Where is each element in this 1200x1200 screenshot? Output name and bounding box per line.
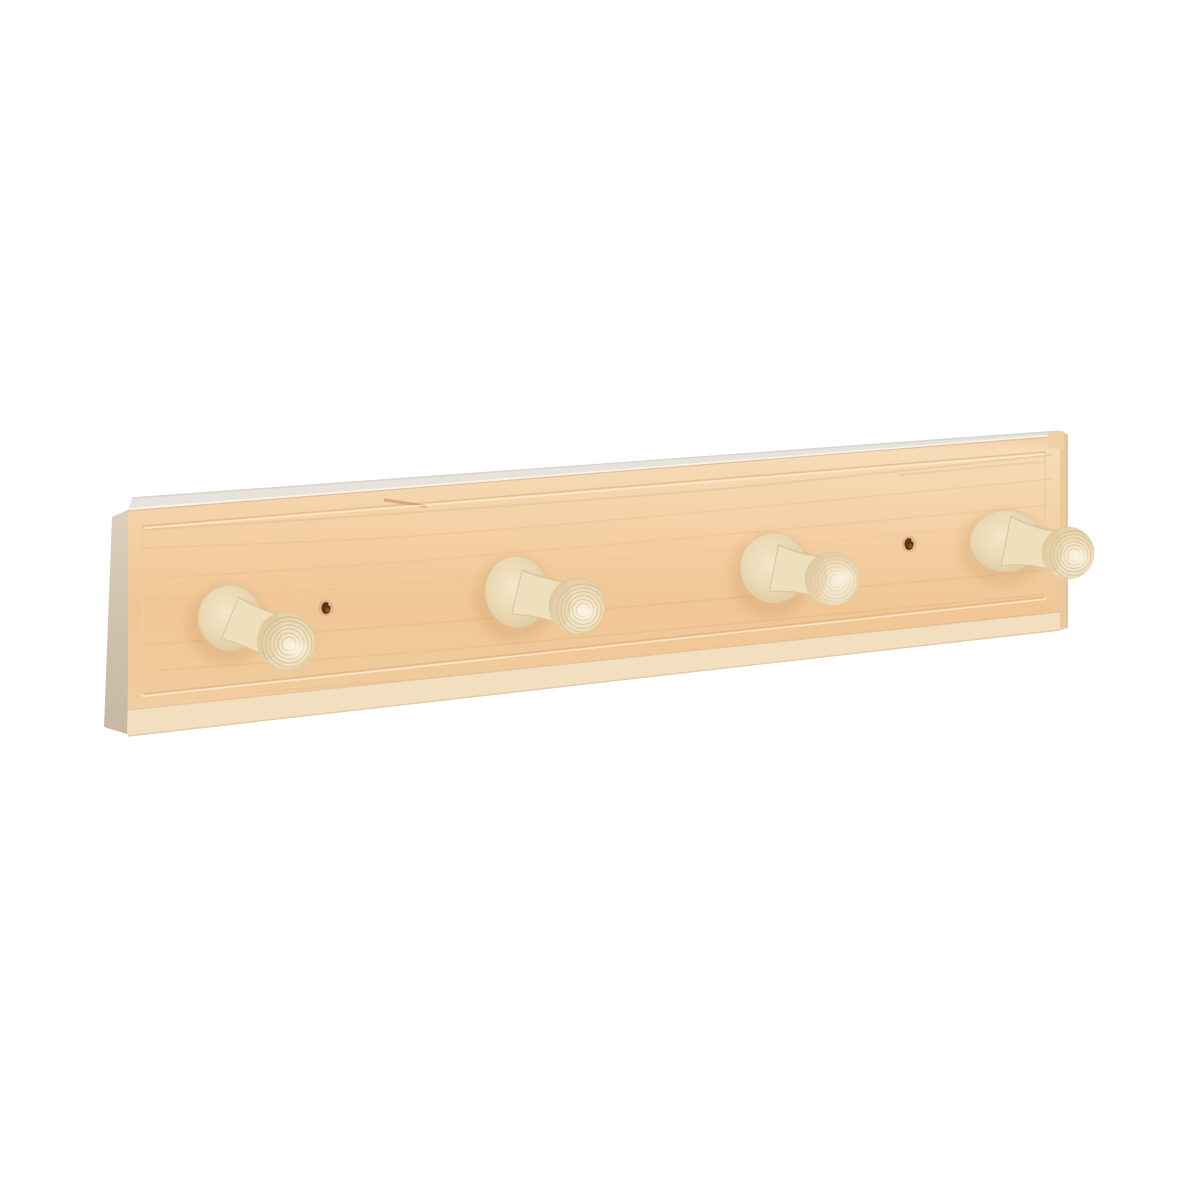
product-photo-canvas <box>0 0 1200 1200</box>
screw-hole-1 <box>319 600 334 617</box>
screw-hole-inner-rim <box>325 607 329 612</box>
screw-hole-2 <box>902 536 917 553</box>
top-right-routed-step <box>1048 431 1064 450</box>
peg-4-knob-highlight <box>1070 550 1088 564</box>
screw-hole-fleck <box>911 539 913 541</box>
peg-2-knob-highlight <box>577 605 595 619</box>
screw-hole-inner-rim <box>908 543 912 548</box>
peg-rail-product-image <box>0 0 1200 1200</box>
peg-3-knob-highlight <box>834 570 852 584</box>
screw-hole-fleck <box>328 603 330 605</box>
peg-1-knob-highlight <box>287 642 305 656</box>
